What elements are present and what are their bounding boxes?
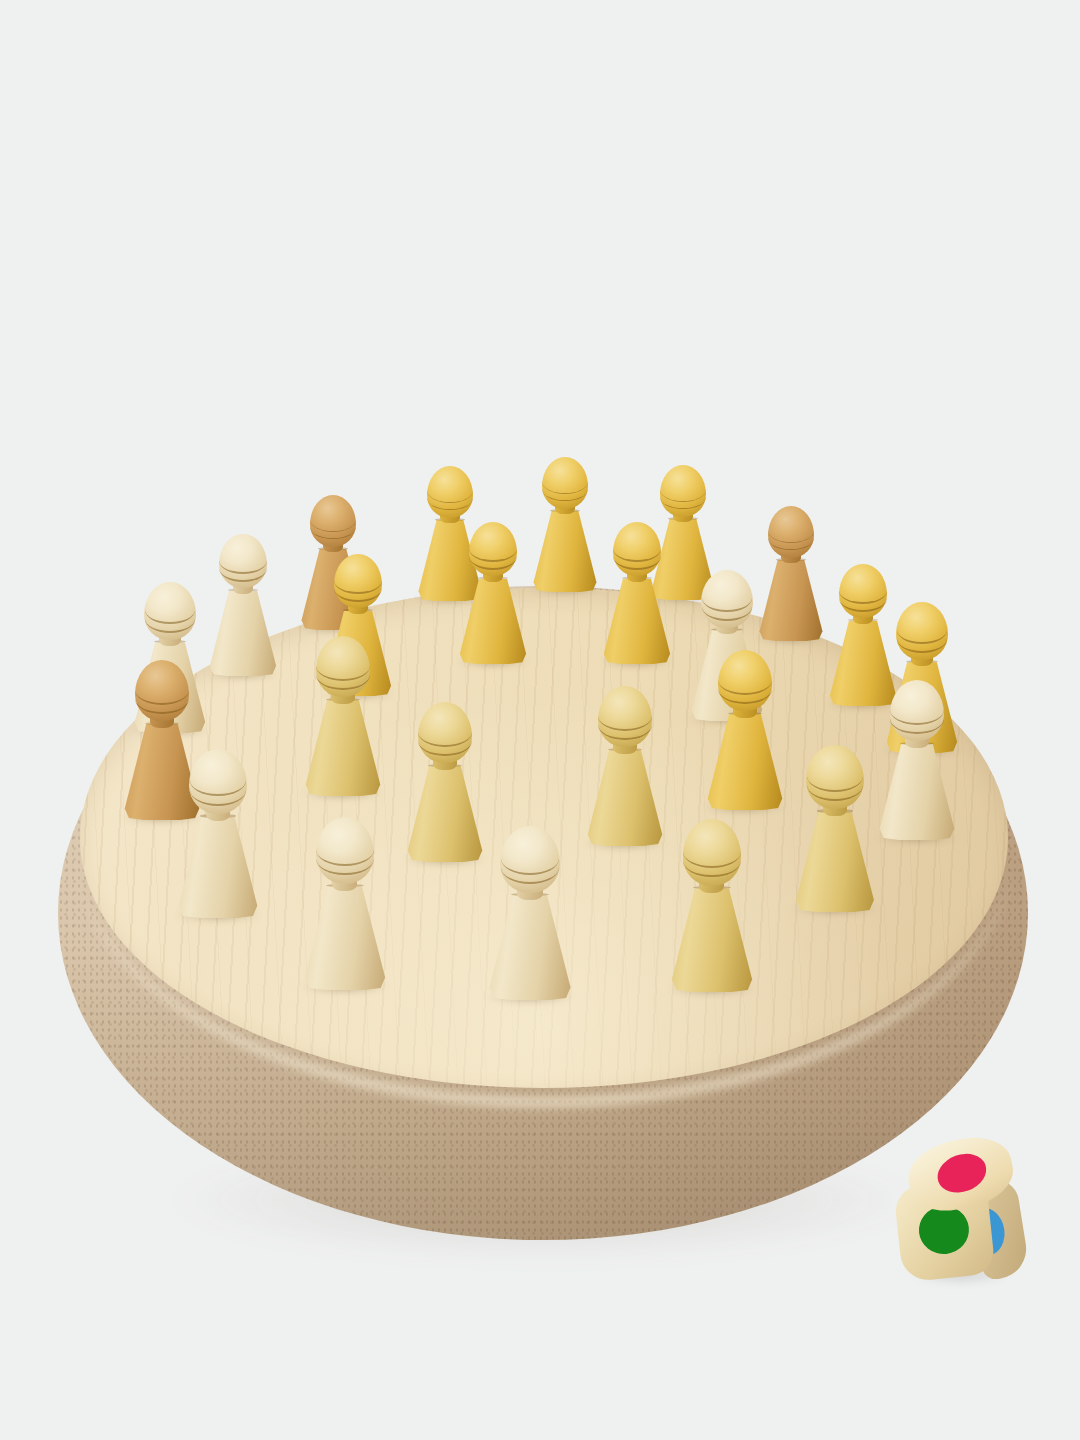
pawn-r2-c1-cream[interactable] (206, 534, 280, 676)
product-photo (0, 0, 1080, 1440)
pawn-body (530, 511, 600, 592)
pawn-head-groove (660, 485, 705, 510)
pawn-head (613, 522, 662, 577)
pawn-head-groove (316, 659, 370, 689)
pawn-head (316, 636, 371, 698)
pawn-head (598, 686, 653, 748)
pawn-head (896, 602, 948, 660)
pawn-head-groove (718, 673, 772, 703)
pawn-r5-c3-cream[interactable] (485, 826, 575, 1000)
pawn-head (219, 534, 268, 589)
pawn-head (334, 554, 383, 609)
pawn-head (418, 702, 473, 764)
pawn-head-groove (334, 574, 382, 601)
pawn-head (701, 570, 753, 628)
pawn-body (302, 700, 385, 796)
pawn-head-groove (768, 526, 813, 551)
die-dot-red (932, 1147, 992, 1199)
pawn-head-groove (807, 769, 863, 801)
pawn-r4-c3-paleYellow[interactable] (404, 702, 487, 862)
pawn-head (768, 506, 814, 558)
pawn-head (189, 749, 247, 814)
pawn-head-groove (542, 477, 587, 502)
pawn-body (456, 579, 530, 664)
pawn-head (542, 457, 588, 509)
pawn-body (876, 744, 959, 840)
pawn-head-groove (501, 851, 559, 884)
pawn-body (600, 579, 674, 664)
pawn-head-groove (135, 683, 189, 713)
pawn-head (683, 819, 742, 885)
pawn-body (584, 750, 667, 846)
pawn-r5-c5-paleYellow[interactable] (792, 745, 878, 912)
pawn-body (174, 817, 261, 918)
pawn-head-groove (613, 542, 661, 569)
pawn-head (500, 826, 560, 893)
pawn-head (718, 650, 773, 712)
pawn-head-groove (145, 604, 196, 633)
pawn-head-groove (427, 486, 472, 511)
pawn-r4-c2-paleYellow[interactable] (302, 636, 385, 796)
pawn-head-groove (190, 774, 247, 806)
pawn-r2-c4-yellow[interactable] (600, 522, 674, 664)
pawn-body (792, 812, 878, 912)
pawn-r4-c5-yellow[interactable] (704, 650, 787, 810)
pawn-r5-c4-paleYellow[interactable] (667, 819, 756, 992)
pawn-head-groove (219, 554, 267, 581)
pawn-r2-c3-yellow[interactable] (456, 522, 530, 664)
pawn-body (206, 591, 280, 676)
pawn-head (469, 522, 518, 577)
pawn-head (890, 680, 945, 742)
pawn-r1-c3-yellow[interactable] (530, 457, 600, 592)
pawn-body (667, 888, 756, 992)
pawn-body (300, 886, 389, 990)
pawn-head (144, 582, 196, 640)
pawn-head (660, 465, 706, 517)
pawn-r5-c2-cream[interactable] (300, 817, 389, 990)
pawn-head-groove (316, 843, 374, 876)
pawn-r5-c1-cream[interactable] (174, 749, 261, 918)
die-dot-green (917, 1204, 972, 1257)
pawn-body (704, 714, 787, 810)
pawn-head (135, 660, 190, 722)
pawn-body (756, 560, 826, 641)
pawn-body (485, 895, 575, 1000)
pawn-head-groove (839, 584, 887, 611)
pawn-r4-c6-cream[interactable] (876, 680, 959, 840)
pawn-head-groove (418, 725, 472, 755)
pawn-head-groove (897, 624, 948, 653)
pawn-head-groove (310, 515, 355, 540)
color-die[interactable] (898, 1145, 1030, 1287)
pawn-head-groove (890, 703, 944, 733)
pawn-head (316, 817, 375, 883)
pawn-head-groove (598, 709, 652, 739)
pawn-r4-c4-paleYellow[interactable] (584, 686, 667, 846)
pawn-head (310, 495, 356, 547)
pawn-body (404, 766, 487, 862)
pawn-head (839, 564, 888, 619)
pawn-head-groove (469, 542, 517, 569)
pawn-head-groove (702, 592, 753, 621)
pawn-head (806, 745, 863, 809)
pawn-head (427, 466, 473, 518)
pawn-head-groove (683, 845, 741, 878)
pawn-r1-c5-tan[interactable] (756, 506, 826, 641)
